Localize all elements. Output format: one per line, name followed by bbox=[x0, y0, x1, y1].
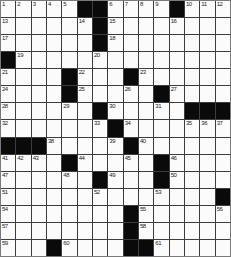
white-cell[interactable] bbox=[32, 120, 46, 136]
white-cell[interactable]: 57 bbox=[1, 223, 15, 239]
white-cell[interactable]: 45 bbox=[124, 155, 138, 171]
white-cell[interactable] bbox=[200, 35, 214, 51]
white-cell[interactable] bbox=[108, 223, 122, 239]
white-cell[interactable] bbox=[62, 223, 76, 239]
white-cell[interactable] bbox=[200, 52, 214, 68]
black-cell bbox=[62, 155, 76, 171]
white-cell[interactable] bbox=[185, 189, 199, 205]
white-cell[interactable] bbox=[16, 18, 30, 34]
white-cell[interactable] bbox=[139, 86, 153, 102]
white-cell[interactable]: 22 bbox=[78, 69, 92, 85]
clue-number: 29 bbox=[63, 103, 69, 110]
white-cell[interactable] bbox=[108, 69, 122, 85]
white-cell[interactable] bbox=[16, 240, 30, 256]
black-cell bbox=[170, 1, 184, 17]
white-cell[interactable] bbox=[62, 52, 76, 68]
white-cell[interactable]: 19 bbox=[16, 52, 30, 68]
clue-number: 56 bbox=[217, 206, 223, 213]
white-cell[interactable] bbox=[216, 35, 230, 51]
white-cell[interactable] bbox=[185, 223, 199, 239]
clue-number: 24 bbox=[2, 86, 8, 93]
clue-number: 20 bbox=[94, 52, 100, 59]
white-cell[interactable] bbox=[108, 52, 122, 68]
white-cell[interactable] bbox=[185, 240, 199, 256]
clue-number: 2 bbox=[17, 1, 20, 8]
white-cell[interactable] bbox=[32, 223, 46, 239]
white-cell[interactable] bbox=[93, 69, 107, 85]
white-cell[interactable] bbox=[108, 240, 122, 256]
white-cell[interactable] bbox=[16, 86, 30, 102]
white-cell[interactable] bbox=[154, 138, 168, 154]
white-cell[interactable]: 56 bbox=[216, 206, 230, 222]
clue-number: 15 bbox=[109, 18, 115, 25]
white-cell[interactable] bbox=[62, 18, 76, 34]
white-cell[interactable] bbox=[47, 223, 61, 239]
white-cell[interactable] bbox=[154, 223, 168, 239]
white-cell[interactable] bbox=[47, 86, 61, 102]
white-cell[interactable] bbox=[62, 120, 76, 136]
white-cell[interactable] bbox=[124, 52, 138, 68]
black-cell bbox=[154, 155, 168, 171]
white-cell[interactable] bbox=[170, 223, 184, 239]
clue-number: 40 bbox=[140, 138, 146, 145]
white-cell[interactable] bbox=[93, 138, 107, 154]
black-cell bbox=[216, 103, 230, 119]
black-cell bbox=[139, 240, 153, 256]
white-cell[interactable]: 34 bbox=[124, 120, 138, 136]
white-cell[interactable] bbox=[47, 52, 61, 68]
white-cell[interactable] bbox=[170, 69, 184, 85]
black-cell bbox=[124, 69, 138, 85]
white-cell[interactable]: 42 bbox=[16, 155, 30, 171]
clue-number: 39 bbox=[109, 138, 115, 145]
white-cell[interactable]: 6 bbox=[108, 1, 122, 17]
white-cell[interactable] bbox=[185, 155, 199, 171]
white-cell[interactable]: 26 bbox=[124, 86, 138, 102]
white-cell[interactable]: 59 bbox=[1, 240, 15, 256]
white-cell[interactable] bbox=[216, 155, 230, 171]
white-cell[interactable] bbox=[78, 103, 92, 119]
clue-number: 16 bbox=[171, 18, 177, 25]
white-cell[interactable] bbox=[16, 69, 30, 85]
white-cell[interactable] bbox=[93, 223, 107, 239]
clue-number: 50 bbox=[171, 172, 177, 179]
white-cell[interactable] bbox=[47, 69, 61, 85]
black-cell bbox=[1, 138, 15, 154]
clue-number: 22 bbox=[79, 69, 85, 76]
white-cell[interactable] bbox=[78, 240, 92, 256]
clue-number: 30 bbox=[109, 103, 115, 110]
clue-number: 47 bbox=[2, 172, 8, 179]
white-cell[interactable] bbox=[78, 189, 92, 205]
white-cell[interactable]: 49 bbox=[108, 172, 122, 188]
white-cell[interactable]: 14 bbox=[78, 18, 92, 34]
white-cell[interactable] bbox=[139, 103, 153, 119]
clue-number: 57 bbox=[2, 223, 8, 230]
white-cell[interactable]: 1 bbox=[1, 1, 15, 17]
clue-number: 31 bbox=[155, 103, 161, 110]
white-cell[interactable] bbox=[170, 52, 184, 68]
clue-number: 58 bbox=[140, 223, 146, 230]
white-cell[interactable]: 25 bbox=[78, 86, 92, 102]
white-cell[interactable] bbox=[185, 138, 199, 154]
white-cell[interactable] bbox=[200, 189, 214, 205]
white-cell[interactable] bbox=[78, 172, 92, 188]
white-cell[interactable] bbox=[216, 69, 230, 85]
clue-number: 1 bbox=[2, 1, 5, 8]
white-cell[interactable]: 46 bbox=[170, 155, 184, 171]
white-cell[interactable]: 31 bbox=[154, 103, 168, 119]
clue-number: 44 bbox=[79, 155, 85, 162]
white-cell[interactable] bbox=[170, 240, 184, 256]
white-cell[interactable] bbox=[170, 120, 184, 136]
clue-number: 8 bbox=[140, 1, 143, 8]
clue-number: 43 bbox=[33, 155, 39, 162]
white-cell[interactable]: 12 bbox=[216, 1, 230, 17]
white-cell[interactable] bbox=[139, 172, 153, 188]
white-cell[interactable] bbox=[139, 155, 153, 171]
black-cell bbox=[93, 103, 107, 119]
white-cell[interactable]: 10 bbox=[185, 1, 199, 17]
white-cell[interactable]: 39 bbox=[108, 138, 122, 154]
white-cell[interactable]: 47 bbox=[1, 172, 15, 188]
white-cell[interactable]: 16 bbox=[170, 18, 184, 34]
white-cell[interactable] bbox=[216, 172, 230, 188]
white-cell[interactable] bbox=[139, 120, 153, 136]
white-cell[interactable] bbox=[124, 18, 138, 34]
white-cell[interactable] bbox=[62, 138, 76, 154]
clue-number: 36 bbox=[201, 120, 207, 127]
white-cell[interactable] bbox=[216, 138, 230, 154]
white-cell[interactable]: 13 bbox=[1, 18, 15, 34]
white-cell[interactable] bbox=[154, 18, 168, 34]
white-cell[interactable] bbox=[185, 18, 199, 34]
clue-number: 3 bbox=[33, 1, 36, 8]
white-cell[interactable] bbox=[47, 35, 61, 51]
white-cell[interactable] bbox=[139, 52, 153, 68]
white-cell[interactable] bbox=[47, 120, 61, 136]
white-cell[interactable] bbox=[154, 69, 168, 85]
white-cell[interactable] bbox=[185, 172, 199, 188]
clue-number: 38 bbox=[48, 138, 54, 145]
white-cell[interactable] bbox=[78, 138, 92, 154]
white-cell[interactable] bbox=[32, 69, 46, 85]
clue-number: 61 bbox=[155, 240, 161, 247]
white-cell[interactable]: 55 bbox=[139, 206, 153, 222]
clue-number: 18 bbox=[109, 35, 115, 42]
white-cell[interactable] bbox=[32, 240, 46, 256]
white-cell[interactable] bbox=[47, 18, 61, 34]
clue-number: 9 bbox=[155, 1, 158, 8]
clue-number: 23 bbox=[140, 69, 146, 76]
clue-number: 37 bbox=[217, 120, 223, 127]
black-cell bbox=[124, 223, 138, 239]
white-cell[interactable] bbox=[16, 103, 30, 119]
black-cell bbox=[93, 35, 107, 51]
clue-number: 25 bbox=[79, 86, 85, 93]
white-cell[interactable]: 5 bbox=[62, 1, 76, 17]
black-cell bbox=[124, 206, 138, 222]
white-cell[interactable]: 20 bbox=[93, 52, 107, 68]
white-cell[interactable]: 30 bbox=[108, 103, 122, 119]
white-cell[interactable]: 4 bbox=[47, 1, 61, 17]
white-cell[interactable] bbox=[32, 103, 46, 119]
clue-number: 55 bbox=[140, 206, 146, 213]
black-cell bbox=[200, 103, 214, 119]
black-cell bbox=[154, 172, 168, 188]
clue-number: 52 bbox=[94, 189, 100, 196]
white-cell[interactable] bbox=[170, 138, 184, 154]
white-cell[interactable]: 21 bbox=[1, 69, 15, 85]
white-cell[interactable]: 50 bbox=[170, 172, 184, 188]
white-cell[interactable]: 15 bbox=[108, 18, 122, 34]
white-cell[interactable] bbox=[16, 172, 30, 188]
clue-number: 5 bbox=[63, 1, 66, 8]
black-cell bbox=[216, 189, 230, 205]
white-cell[interactable]: 27 bbox=[170, 86, 184, 102]
white-cell[interactable] bbox=[32, 52, 46, 68]
clue-number: 60 bbox=[63, 240, 69, 247]
white-cell[interactable] bbox=[124, 35, 138, 51]
white-cell[interactable]: 37 bbox=[216, 120, 230, 136]
white-cell[interactable] bbox=[139, 35, 153, 51]
clue-number: 34 bbox=[125, 120, 131, 127]
white-cell[interactable] bbox=[47, 172, 61, 188]
white-cell[interactable] bbox=[200, 240, 214, 256]
black-cell bbox=[78, 1, 92, 17]
black-cell bbox=[93, 172, 107, 188]
white-cell[interactable] bbox=[124, 189, 138, 205]
black-cell bbox=[185, 103, 199, 119]
white-cell[interactable]: 18 bbox=[108, 35, 122, 51]
white-cell[interactable]: 24 bbox=[1, 86, 15, 102]
white-cell[interactable]: 11 bbox=[200, 1, 214, 17]
black-cell bbox=[32, 138, 46, 154]
white-cell[interactable] bbox=[185, 35, 199, 51]
black-cell bbox=[124, 138, 138, 154]
clue-number: 19 bbox=[17, 52, 23, 59]
clue-number: 4 bbox=[48, 1, 51, 8]
clue-number: 17 bbox=[2, 35, 8, 42]
white-cell[interactable]: 23 bbox=[139, 69, 153, 85]
white-cell[interactable] bbox=[47, 155, 61, 171]
white-cell[interactable] bbox=[108, 189, 122, 205]
black-cell bbox=[93, 18, 107, 34]
white-cell[interactable] bbox=[108, 155, 122, 171]
white-cell[interactable]: 32 bbox=[1, 120, 15, 136]
clue-number: 53 bbox=[155, 189, 161, 196]
clue-number: 45 bbox=[125, 155, 131, 162]
black-cell bbox=[62, 86, 76, 102]
white-cell[interactable] bbox=[170, 206, 184, 222]
white-cell[interactable] bbox=[185, 69, 199, 85]
white-cell[interactable]: 43 bbox=[32, 155, 46, 171]
white-cell[interactable]: 58 bbox=[139, 223, 153, 239]
white-cell[interactable] bbox=[154, 120, 168, 136]
white-cell[interactable]: 52 bbox=[93, 189, 107, 205]
white-cell[interactable] bbox=[200, 206, 214, 222]
white-cell[interactable] bbox=[32, 206, 46, 222]
crossword-grid: 1234567891011121314151617181920212223242… bbox=[0, 0, 231, 257]
clue-number: 46 bbox=[171, 155, 177, 162]
white-cell[interactable] bbox=[16, 189, 30, 205]
white-cell[interactable]: 54 bbox=[1, 206, 15, 222]
white-cell[interactable] bbox=[200, 138, 214, 154]
white-cell[interactable]: 48 bbox=[62, 172, 76, 188]
white-cell[interactable]: 2 bbox=[16, 1, 30, 17]
white-cell[interactable] bbox=[93, 240, 107, 256]
clue-number: 14 bbox=[79, 18, 85, 25]
white-cell[interactable] bbox=[200, 223, 214, 239]
white-cell[interactable] bbox=[108, 86, 122, 102]
white-cell[interactable] bbox=[200, 172, 214, 188]
white-cell[interactable] bbox=[170, 103, 184, 119]
white-cell[interactable]: 29 bbox=[62, 103, 76, 119]
white-cell[interactable] bbox=[170, 35, 184, 51]
white-cell[interactable] bbox=[93, 206, 107, 222]
clue-number: 6 bbox=[109, 1, 112, 8]
white-cell[interactable] bbox=[154, 52, 168, 68]
white-cell[interactable] bbox=[78, 35, 92, 51]
white-cell[interactable]: 7 bbox=[124, 1, 138, 17]
clue-number: 32 bbox=[2, 120, 8, 127]
clue-number: 41 bbox=[2, 155, 8, 162]
clue-number: 33 bbox=[94, 120, 100, 127]
white-cell[interactable] bbox=[200, 155, 214, 171]
white-cell[interactable] bbox=[200, 18, 214, 34]
clue-number: 35 bbox=[186, 120, 192, 127]
white-cell[interactable] bbox=[32, 35, 46, 51]
white-cell[interactable] bbox=[139, 189, 153, 205]
white-cell[interactable] bbox=[216, 223, 230, 239]
clue-number: 21 bbox=[2, 69, 8, 76]
clue-number: 12 bbox=[217, 1, 223, 8]
white-cell[interactable]: 60 bbox=[62, 240, 76, 256]
white-cell[interactable] bbox=[16, 120, 30, 136]
white-cell[interactable]: 44 bbox=[78, 155, 92, 171]
white-cell[interactable] bbox=[16, 35, 30, 51]
white-cell[interactable] bbox=[32, 172, 46, 188]
black-cell bbox=[47, 240, 61, 256]
white-cell[interactable] bbox=[216, 18, 230, 34]
white-cell[interactable] bbox=[200, 86, 214, 102]
clue-number: 26 bbox=[125, 86, 131, 93]
white-cell[interactable] bbox=[154, 206, 168, 222]
white-cell[interactable] bbox=[78, 52, 92, 68]
white-cell[interactable] bbox=[47, 103, 61, 119]
white-cell[interactable] bbox=[200, 69, 214, 85]
clue-number: 27 bbox=[171, 86, 177, 93]
clue-number: 28 bbox=[2, 103, 8, 110]
black-cell bbox=[62, 69, 76, 85]
black-cell bbox=[124, 240, 138, 256]
white-cell[interactable] bbox=[185, 52, 199, 68]
white-cell[interactable]: 51 bbox=[1, 189, 15, 205]
black-cell bbox=[108, 120, 122, 136]
black-cell bbox=[93, 1, 107, 17]
white-cell[interactable] bbox=[16, 223, 30, 239]
black-cell bbox=[1, 52, 15, 68]
white-cell[interactable]: 35 bbox=[185, 120, 199, 136]
white-cell[interactable] bbox=[170, 189, 184, 205]
white-cell[interactable] bbox=[139, 18, 153, 34]
clue-number: 7 bbox=[125, 1, 128, 8]
white-cell[interactable] bbox=[62, 206, 76, 222]
white-cell[interactable] bbox=[108, 206, 122, 222]
white-cell[interactable]: 3 bbox=[32, 1, 46, 17]
white-cell[interactable]: 61 bbox=[154, 240, 168, 256]
white-cell[interactable]: 9 bbox=[154, 1, 168, 17]
white-cell[interactable] bbox=[124, 103, 138, 119]
white-cell[interactable] bbox=[216, 52, 230, 68]
white-cell[interactable]: 8 bbox=[139, 1, 153, 17]
white-cell[interactable]: 41 bbox=[1, 155, 15, 171]
white-cell[interactable] bbox=[93, 86, 107, 102]
white-cell[interactable]: 38 bbox=[47, 138, 61, 154]
white-cell[interactable] bbox=[32, 86, 46, 102]
clue-number: 42 bbox=[17, 155, 23, 162]
clue-number: 10 bbox=[186, 1, 192, 8]
clue-number: 51 bbox=[2, 189, 8, 196]
clue-number: 54 bbox=[2, 206, 8, 213]
crossword-page: 1234567891011121314151617181920212223242… bbox=[0, 0, 231, 257]
black-cell bbox=[16, 138, 30, 154]
white-cell[interactable] bbox=[32, 18, 46, 34]
white-cell[interactable] bbox=[216, 240, 230, 256]
white-cell[interactable] bbox=[78, 206, 92, 222]
white-cell[interactable] bbox=[62, 35, 76, 51]
white-cell[interactable]: 28 bbox=[1, 103, 15, 119]
white-cell[interactable]: 40 bbox=[139, 138, 153, 154]
clue-number: 48 bbox=[63, 172, 69, 179]
white-cell[interactable]: 33 bbox=[93, 120, 107, 136]
white-cell[interactable] bbox=[93, 155, 107, 171]
clue-number: 59 bbox=[2, 240, 8, 247]
clue-number: 11 bbox=[201, 1, 206, 8]
white-cell[interactable] bbox=[185, 206, 199, 222]
clue-number: 13 bbox=[2, 18, 8, 25]
white-cell[interactable] bbox=[32, 189, 46, 205]
white-cell[interactable] bbox=[216, 86, 230, 102]
white-cell[interactable]: 17 bbox=[1, 35, 15, 51]
black-cell bbox=[154, 86, 168, 102]
white-cell[interactable]: 53 bbox=[154, 189, 168, 205]
white-cell[interactable] bbox=[62, 189, 76, 205]
white-cell[interactable] bbox=[47, 206, 61, 222]
white-cell[interactable] bbox=[16, 206, 30, 222]
white-cell[interactable] bbox=[154, 35, 168, 51]
white-cell[interactable] bbox=[124, 172, 138, 188]
white-cell[interactable] bbox=[185, 86, 199, 102]
white-cell[interactable]: 36 bbox=[200, 120, 214, 136]
white-cell[interactable] bbox=[47, 189, 61, 205]
white-cell[interactable] bbox=[78, 120, 92, 136]
white-cell[interactable] bbox=[78, 223, 92, 239]
clue-number: 49 bbox=[109, 172, 115, 179]
